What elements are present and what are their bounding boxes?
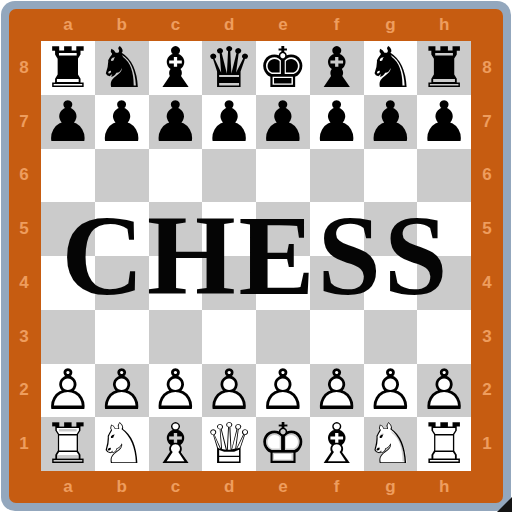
piece-white-pawn[interactable]: ♟♙ bbox=[364, 364, 418, 418]
square-f6[interactable] bbox=[310, 149, 364, 203]
piece-glyph-layer: ♚ bbox=[256, 41, 310, 95]
file-label-g: g bbox=[385, 15, 395, 35]
chess-board: ♜♞♝♛♚♝♞♜♟♟♟♟♟♟♟♟♟♙♟♙♟♙♟♙♟♙♟♙♟♙♟♙♜♖♞♘♝♗♛♕… bbox=[41, 41, 471, 471]
square-g1[interactable]: ♞♘ bbox=[364, 417, 418, 471]
rank-labels-left: 87654321 bbox=[8, 41, 40, 471]
piece-black-pawn[interactable]: ♟ bbox=[41, 95, 95, 149]
rank-label-4: 4 bbox=[482, 273, 491, 293]
piece-white-pawn[interactable]: ♟♙ bbox=[149, 364, 203, 418]
square-a2[interactable]: ♟♙ bbox=[41, 364, 95, 418]
piece-black-pawn[interactable]: ♟ bbox=[95, 95, 149, 149]
square-a5[interactable] bbox=[41, 202, 95, 256]
rank-label-2: 2 bbox=[19, 380, 28, 400]
file-labels-bottom: abcdefgh bbox=[41, 471, 471, 503]
file-label-c: c bbox=[171, 477, 180, 497]
file-label-f: f bbox=[334, 477, 340, 497]
piece-white-bishop[interactable]: ♝♗ bbox=[310, 417, 364, 471]
file-label-b: b bbox=[116, 15, 126, 35]
piece-white-pawn[interactable]: ♟♙ bbox=[256, 364, 310, 418]
square-a1[interactable]: ♜♖ bbox=[41, 417, 95, 471]
file-label-d: d bbox=[224, 15, 234, 35]
square-e3[interactable] bbox=[256, 310, 310, 364]
rank-label-7: 7 bbox=[19, 112, 28, 132]
file-label-e: e bbox=[278, 477, 287, 497]
piece-outline-layer: ♘ bbox=[364, 417, 418, 471]
piece-outline-layer: ♗ bbox=[310, 417, 364, 471]
rank-label-3: 3 bbox=[19, 327, 28, 347]
piece-white-knight[interactable]: ♞♘ bbox=[95, 417, 149, 471]
piece-black-queen[interactable]: ♛ bbox=[202, 41, 256, 95]
piece-black-king[interactable]: ♚ bbox=[256, 41, 310, 95]
square-h4[interactable] bbox=[417, 256, 471, 310]
piece-glyph-layer: ♝ bbox=[149, 41, 203, 95]
file-label-e: e bbox=[278, 15, 287, 35]
square-g2[interactable]: ♟♙ bbox=[364, 364, 418, 418]
file-label-d: d bbox=[224, 477, 234, 497]
piece-outline-layer: ♘ bbox=[95, 417, 149, 471]
piece-white-queen[interactable]: ♛♕ bbox=[202, 417, 256, 471]
piece-outline-layer: ♙ bbox=[41, 364, 95, 418]
file-label-c: c bbox=[171, 15, 180, 35]
rank-label-8: 8 bbox=[482, 58, 491, 78]
rank-label-8: 8 bbox=[19, 58, 28, 78]
piece-white-king[interactable]: ♚♔ bbox=[256, 417, 310, 471]
square-d6[interactable] bbox=[202, 149, 256, 203]
square-a4[interactable] bbox=[41, 256, 95, 310]
piece-black-pawn[interactable]: ♟ bbox=[310, 95, 364, 149]
square-a6[interactable] bbox=[41, 149, 95, 203]
square-f4[interactable] bbox=[310, 256, 364, 310]
square-a8[interactable]: ♜ bbox=[41, 41, 95, 95]
piece-black-pawn[interactable]: ♟ bbox=[417, 95, 471, 149]
square-f8[interactable]: ♝ bbox=[310, 41, 364, 95]
square-e1[interactable]: ♚♔ bbox=[256, 417, 310, 471]
piece-outline-layer: ♖ bbox=[41, 417, 95, 471]
square-b6[interactable] bbox=[95, 149, 149, 203]
chess-app: abcdefgh abcdefgh 87654321 87654321 ♜♞♝♛… bbox=[0, 0, 512, 512]
piece-black-pawn[interactable]: ♟ bbox=[364, 95, 418, 149]
piece-outline-layer: ♙ bbox=[364, 364, 418, 418]
piece-glyph-layer: ♞ bbox=[364, 41, 418, 95]
piece-glyph-layer: ♟ bbox=[95, 95, 149, 149]
rank-label-2: 2 bbox=[482, 380, 491, 400]
square-e7[interactable]: ♟ bbox=[256, 95, 310, 149]
piece-black-pawn[interactable]: ♟ bbox=[256, 95, 310, 149]
piece-glyph-layer: ♟ bbox=[417, 95, 471, 149]
piece-glyph-layer: ♟ bbox=[149, 95, 203, 149]
piece-white-rook[interactable]: ♜♖ bbox=[41, 417, 95, 471]
square-d2[interactable]: ♟♙ bbox=[202, 364, 256, 418]
piece-glyph-layer: ♟ bbox=[310, 95, 364, 149]
file-label-g: g bbox=[385, 477, 395, 497]
rank-label-3: 3 bbox=[482, 327, 491, 347]
square-b3[interactable] bbox=[95, 310, 149, 364]
rank-label-4: 4 bbox=[19, 273, 28, 293]
piece-glyph-layer: ♟ bbox=[41, 95, 95, 149]
rank-label-1: 1 bbox=[482, 434, 491, 454]
piece-white-pawn[interactable]: ♟♙ bbox=[202, 364, 256, 418]
square-e8[interactable]: ♚ bbox=[256, 41, 310, 95]
square-d4[interactable] bbox=[202, 256, 256, 310]
piece-white-bishop[interactable]: ♝♗ bbox=[149, 417, 203, 471]
rank-label-5: 5 bbox=[19, 219, 28, 239]
square-a3[interactable] bbox=[41, 310, 95, 364]
piece-outline-layer: ♙ bbox=[417, 364, 471, 418]
square-g6[interactable] bbox=[364, 149, 418, 203]
piece-black-rook[interactable]: ♜ bbox=[417, 41, 471, 95]
square-h5[interactable] bbox=[417, 202, 471, 256]
square-c6[interactable] bbox=[149, 149, 203, 203]
square-f1[interactable]: ♝♗ bbox=[310, 417, 364, 471]
square-f5[interactable] bbox=[310, 202, 364, 256]
file-label-f: f bbox=[334, 15, 340, 35]
rank-labels-right: 87654321 bbox=[471, 41, 503, 471]
square-g4[interactable] bbox=[364, 256, 418, 310]
file-label-a: a bbox=[63, 477, 72, 497]
piece-outline-layer: ♙ bbox=[202, 364, 256, 418]
rank-label-6: 6 bbox=[482, 165, 491, 185]
piece-outline-layer: ♙ bbox=[256, 364, 310, 418]
piece-glyph-layer: ♜ bbox=[41, 41, 95, 95]
piece-outline-layer: ♙ bbox=[310, 364, 364, 418]
square-e6[interactable] bbox=[256, 149, 310, 203]
square-c1[interactable]: ♝♗ bbox=[149, 417, 203, 471]
square-f7[interactable]: ♟ bbox=[310, 95, 364, 149]
square-b5[interactable] bbox=[95, 202, 149, 256]
piece-outline-layer: ♔ bbox=[256, 417, 310, 471]
piece-black-knight[interactable]: ♞ bbox=[364, 41, 418, 95]
square-c3[interactable] bbox=[149, 310, 203, 364]
square-h6[interactable] bbox=[417, 149, 471, 203]
square-e5[interactable] bbox=[256, 202, 310, 256]
square-e2[interactable]: ♟♙ bbox=[256, 364, 310, 418]
piece-outline-layer: ♕ bbox=[202, 417, 256, 471]
rank-label-1: 1 bbox=[19, 434, 28, 454]
piece-white-knight[interactable]: ♞♘ bbox=[364, 417, 418, 471]
square-b8[interactable]: ♞ bbox=[95, 41, 149, 95]
square-d1[interactable]: ♛♕ bbox=[202, 417, 256, 471]
square-c7[interactable]: ♟ bbox=[149, 95, 203, 149]
square-b7[interactable]: ♟ bbox=[95, 95, 149, 149]
square-c2[interactable]: ♟♙ bbox=[149, 364, 203, 418]
square-g3[interactable] bbox=[364, 310, 418, 364]
piece-black-pawn[interactable]: ♟ bbox=[202, 95, 256, 149]
piece-black-rook[interactable]: ♜ bbox=[41, 41, 95, 95]
piece-white-rook[interactable]: ♜♖ bbox=[417, 417, 471, 471]
piece-glyph-layer: ♞ bbox=[95, 41, 149, 95]
piece-glyph-layer: ♟ bbox=[202, 95, 256, 149]
piece-black-bishop[interactable]: ♝ bbox=[310, 41, 364, 95]
piece-white-pawn[interactable]: ♟♙ bbox=[41, 364, 95, 418]
file-label-h: h bbox=[439, 15, 449, 35]
square-b2[interactable]: ♟♙ bbox=[95, 364, 149, 418]
piece-black-knight[interactable]: ♞ bbox=[95, 41, 149, 95]
square-d5[interactable] bbox=[202, 202, 256, 256]
square-f3[interactable] bbox=[310, 310, 364, 364]
piece-black-bishop[interactable]: ♝ bbox=[149, 41, 203, 95]
piece-outline-layer: ♖ bbox=[417, 417, 471, 471]
file-label-a: a bbox=[63, 15, 72, 35]
square-d8[interactable]: ♛ bbox=[202, 41, 256, 95]
piece-glyph-layer: ♜ bbox=[417, 41, 471, 95]
piece-white-pawn[interactable]: ♟♙ bbox=[310, 364, 364, 418]
square-f2[interactable]: ♟♙ bbox=[310, 364, 364, 418]
piece-glyph-layer: ♝ bbox=[310, 41, 364, 95]
square-h8[interactable]: ♜ bbox=[417, 41, 471, 95]
square-b1[interactable]: ♞♘ bbox=[95, 417, 149, 471]
piece-outline-layer: ♗ bbox=[149, 417, 203, 471]
piece-outline-layer: ♙ bbox=[95, 364, 149, 418]
square-a7[interactable]: ♟ bbox=[41, 95, 95, 149]
piece-black-pawn[interactable]: ♟ bbox=[149, 95, 203, 149]
piece-white-pawn[interactable]: ♟♙ bbox=[95, 364, 149, 418]
square-h7[interactable]: ♟ bbox=[417, 95, 471, 149]
file-labels-top: abcdefgh bbox=[41, 9, 471, 41]
square-c5[interactable] bbox=[149, 202, 203, 256]
rank-label-5: 5 bbox=[482, 219, 491, 239]
square-d7[interactable]: ♟ bbox=[202, 95, 256, 149]
square-e4[interactable] bbox=[256, 256, 310, 310]
square-c8[interactable]: ♝ bbox=[149, 41, 203, 95]
file-label-h: h bbox=[439, 477, 449, 497]
square-b4[interactable] bbox=[95, 256, 149, 310]
piece-white-pawn[interactable]: ♟♙ bbox=[417, 364, 471, 418]
square-h1[interactable]: ♜♖ bbox=[417, 417, 471, 471]
square-h3[interactable] bbox=[417, 310, 471, 364]
piece-outline-layer: ♙ bbox=[149, 364, 203, 418]
square-c4[interactable] bbox=[149, 256, 203, 310]
file-label-b: b bbox=[116, 477, 126, 497]
square-d3[interactable] bbox=[202, 310, 256, 364]
piece-glyph-layer: ♟ bbox=[256, 95, 310, 149]
rank-label-7: 7 bbox=[482, 112, 491, 132]
rank-label-6: 6 bbox=[19, 165, 28, 185]
square-g7[interactable]: ♟ bbox=[364, 95, 418, 149]
piece-glyph-layer: ♛ bbox=[202, 41, 256, 95]
square-h2[interactable]: ♟♙ bbox=[417, 364, 471, 418]
piece-glyph-layer: ♟ bbox=[364, 95, 418, 149]
square-g8[interactable]: ♞ bbox=[364, 41, 418, 95]
square-g5[interactable] bbox=[364, 202, 418, 256]
